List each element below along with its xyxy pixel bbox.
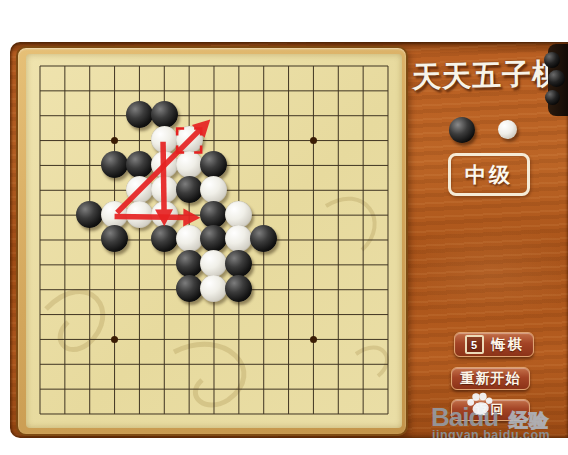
last-move-marker [194,146,201,153]
undo-count-badge: 5 [465,335,484,354]
game-window: 天天五子棋 中级 5 悔棋 重新开始 返回 Baidu [10,42,568,438]
last-move-marker [177,129,184,136]
stone-pile-decoration [548,44,568,116]
back-button[interactable]: 返回 [451,399,530,421]
gomoku-board[interactable] [26,54,402,428]
watermark-url: jingyan.baidu.com [432,428,550,438]
white-stone-indicator [498,120,517,139]
level-button[interactable]: 中级 [448,153,530,196]
vertical-threat-arrow [155,142,173,227]
undo-label: 悔棋 [492,336,524,354]
threat-arrows [26,54,402,428]
screenshot-page: 天天五子棋 中级 5 悔棋 重新开始 返回 Baidu [0,0,568,455]
undo-button[interactable]: 5 悔棋 [454,332,534,357]
black-stone-indicator [449,117,475,143]
board-bezel [16,46,408,436]
restart-button[interactable]: 重新开始 [451,367,530,390]
